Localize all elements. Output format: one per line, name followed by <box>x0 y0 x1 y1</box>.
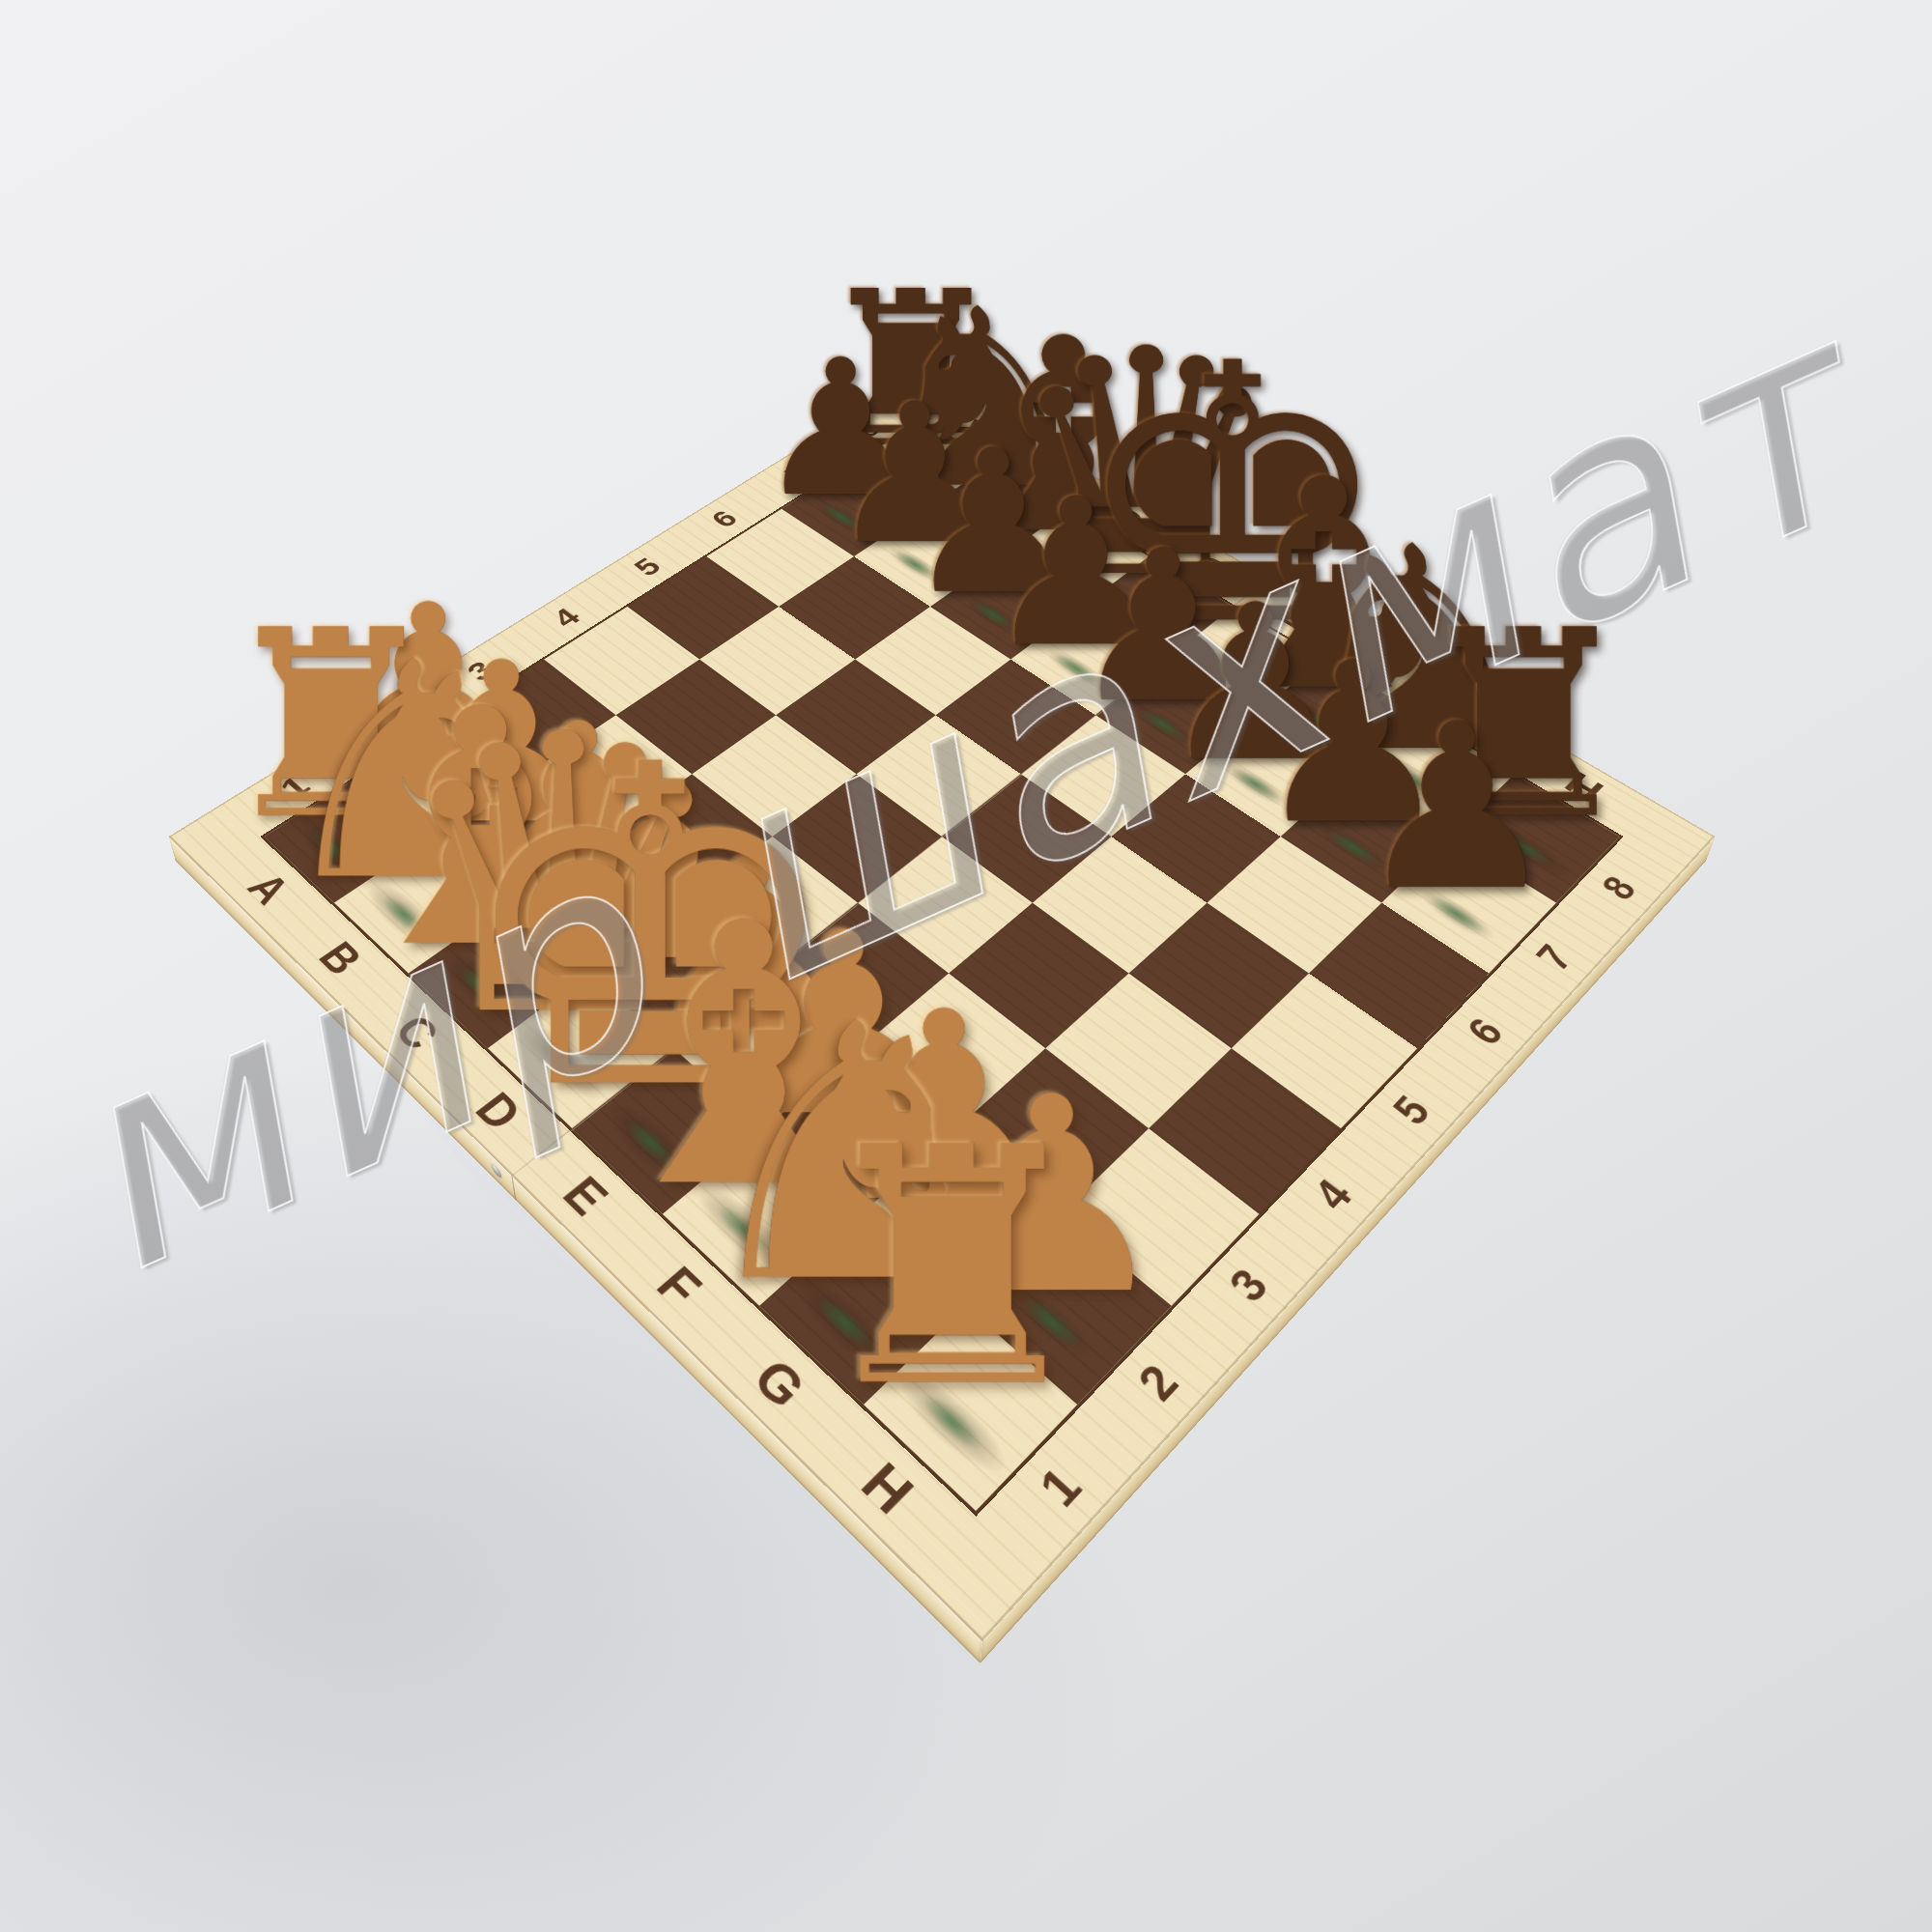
product-photo: ABCDEFGH ABCDEFGH 87654321 87654321 ♜♞♝♛… <box>0 0 1932 1932</box>
side-edge-seam <box>511 1176 516 1201</box>
rank-label-right-4: 4 <box>1253 1128 1415 1265</box>
pawn-icon: ♟ <box>1266 694 1647 922</box>
squares-grid: ♜♞♝♛♚♝♞♜♟♟♟♟♟♟♟♟♟♟♟♟♟♟♟♟♜♞♝♛♚♝♞♜ <box>265 420 1620 1511</box>
chessboard: ABCDEFGH ABCDEFGH 87654321 87654321 ♜♞♝♛… <box>169 375 1716 1642</box>
rook-icon: ♜ <box>719 1105 1185 1432</box>
scene-3d: ABCDEFGH ABCDEFGH 87654321 87654321 ♜♞♝♛… <box>395 290 1489 1383</box>
